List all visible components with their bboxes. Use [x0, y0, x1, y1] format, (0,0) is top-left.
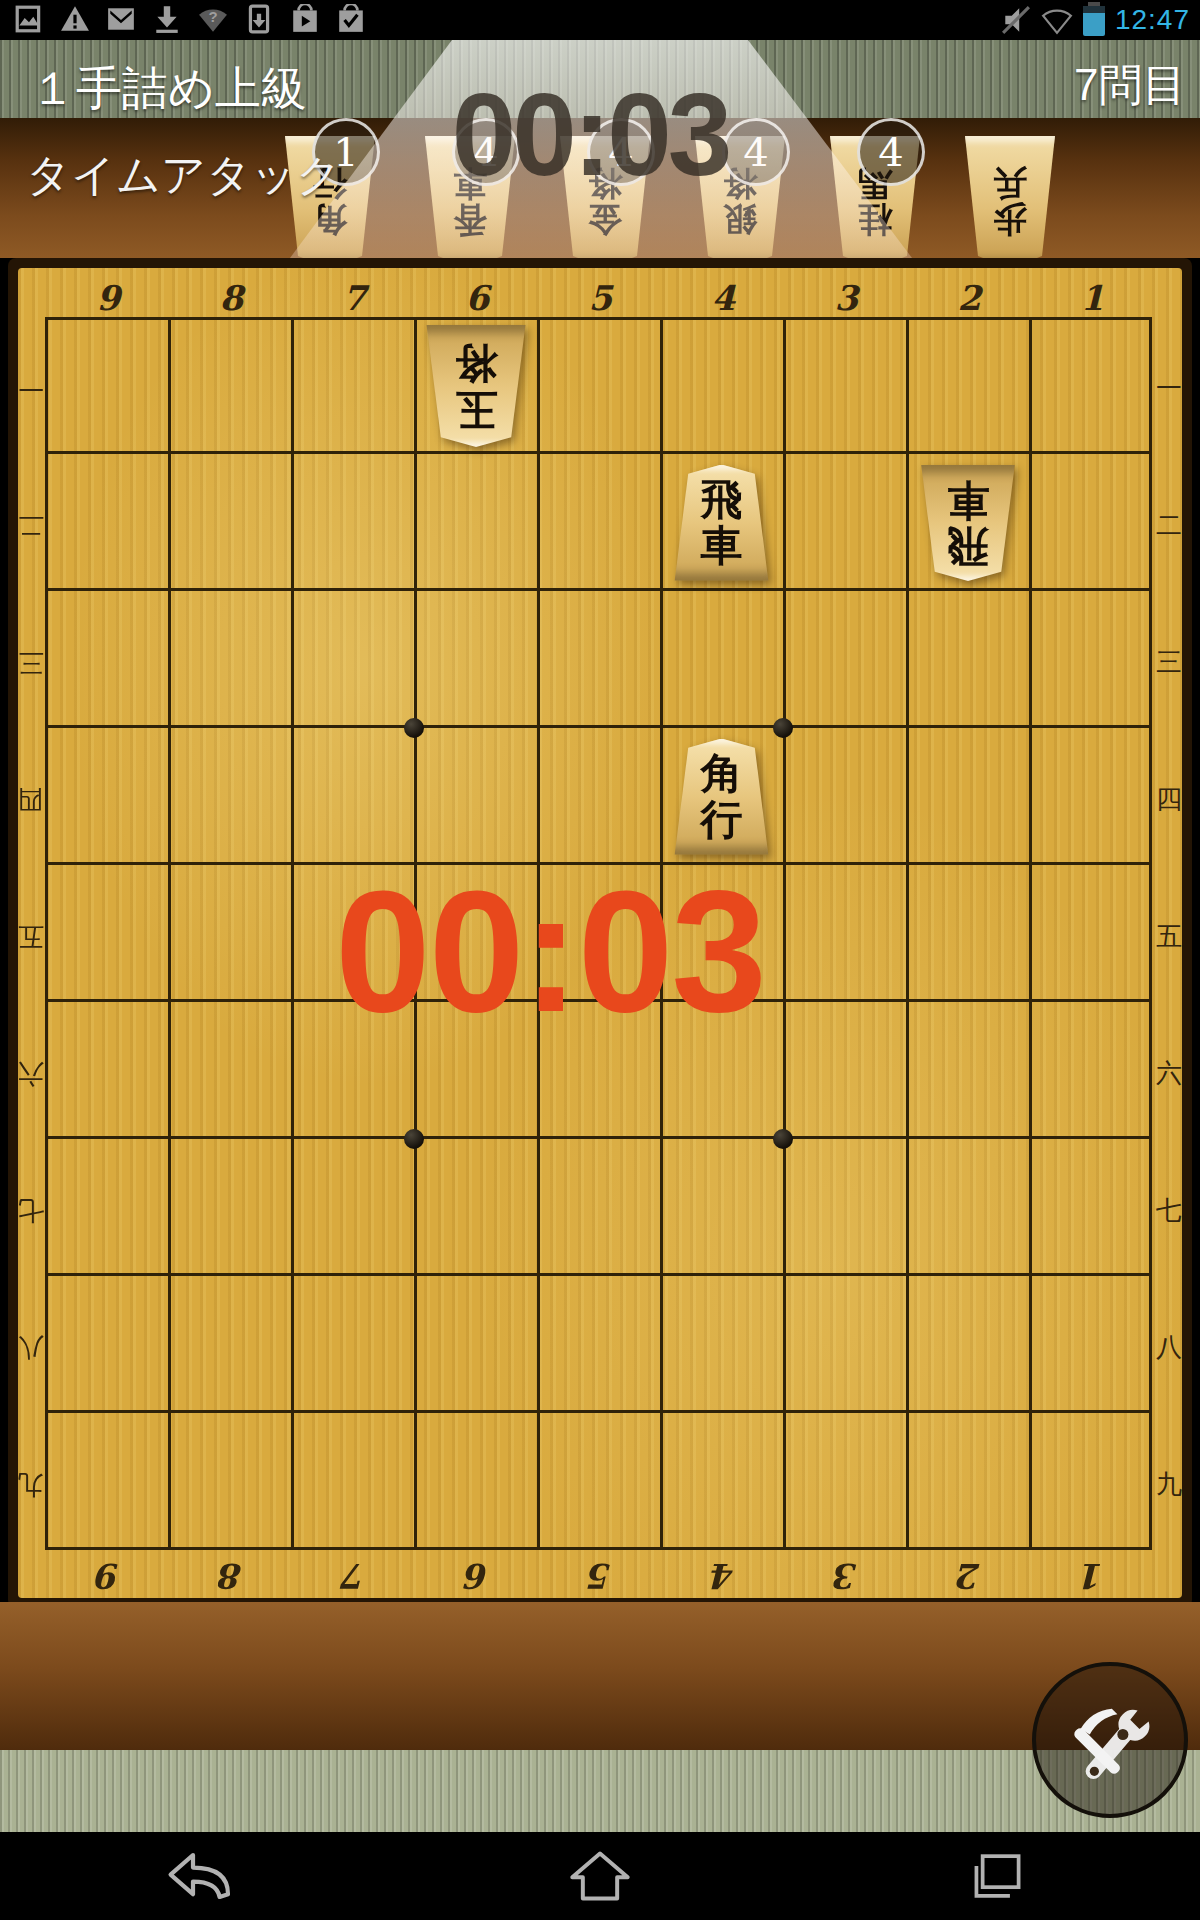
header: 角行1香車4金将4銀将4桂馬4歩兵 １手詰め上級 タイムアタック 7問目 00:… [0, 40, 1200, 258]
file-label-top: 7 [343, 278, 367, 318]
rank-label-right: 八 [1156, 1330, 1182, 1365]
file-label-top: 1 [1081, 278, 1105, 318]
sente-piece-stand [0, 1602, 1200, 1750]
star-point [404, 1129, 424, 1149]
star-point [404, 718, 424, 738]
clock: 12:47 [1115, 4, 1190, 36]
wifi-empty-icon [1041, 5, 1073, 35]
phone-download-icon [244, 4, 274, 34]
bag-check-icon [336, 4, 366, 34]
rank-label-left: 五 [18, 919, 44, 954]
svg-text:?: ? [208, 8, 217, 25]
download-icon [152, 4, 182, 34]
mute-icon [1001, 5, 1031, 35]
rank-label-left: 三 [18, 645, 44, 680]
nav-recents-button[interactable] [800, 1848, 1200, 1904]
android-nav-bar [0, 1832, 1200, 1920]
wifi-question-icon: ? [198, 4, 228, 34]
file-label-bottom: 5 [589, 1556, 613, 1596]
board-piece-gote[interactable]: 玉将 [421, 325, 531, 447]
rank-label-right: 六 [1156, 1056, 1182, 1091]
rank-label-left: 四 [18, 782, 44, 817]
star-point [773, 718, 793, 738]
timer-overlay: 00:03 [400, 68, 780, 202]
android-status-bar: ? 12:47 [0, 0, 1200, 40]
play-store-icon [290, 4, 320, 34]
file-label-bottom: 3 [835, 1556, 859, 1596]
tatami-bottom [0, 1750, 1200, 1832]
rank-label-right: 五 [1156, 919, 1182, 954]
settings-button[interactable] [1032, 1662, 1188, 1818]
board-piece-sente[interactable]: 角行 [670, 739, 774, 855]
mode-label: タイムアタック [26, 146, 341, 205]
file-label-top: 3 [835, 278, 859, 318]
rank-label-right: 四 [1156, 782, 1182, 817]
system-status-icons: 12:47 [1001, 4, 1190, 36]
notification-icons: ? [14, 4, 366, 34]
rank-label-right: 七 [1156, 1193, 1182, 1228]
hand-piece-count-badge: 4 [857, 118, 925, 186]
rank-label-left: 六 [18, 1056, 44, 1091]
board-piece-sente[interactable]: 飛車 [670, 465, 774, 581]
file-label-bottom: 9 [97, 1556, 121, 1596]
file-label-bottom: 2 [958, 1556, 982, 1596]
countdown-timer: 00:03 [240, 852, 860, 1050]
file-label-top: 5 [589, 278, 613, 318]
rank-label-left: 八 [18, 1330, 44, 1365]
rank-label-left: 二 [18, 508, 44, 543]
file-label-bottom: 6 [466, 1556, 490, 1596]
puzzle-level-title: １手詰め上級 [30, 58, 307, 120]
problem-number: 7問目 [1074, 56, 1186, 115]
warning-icon [60, 4, 90, 34]
battery-icon [1083, 6, 1105, 36]
rank-label-left: 七 [18, 1193, 44, 1228]
gallery-icon [14, 4, 44, 34]
hammer-wrench-icon [1064, 1694, 1156, 1786]
file-label-bottom: 7 [343, 1556, 367, 1596]
rank-label-right: 三 [1156, 645, 1182, 680]
file-label-bottom: 8 [220, 1556, 244, 1596]
star-point [773, 1129, 793, 1149]
file-label-bottom: 4 [712, 1556, 736, 1596]
nav-home-button[interactable] [400, 1848, 800, 1904]
file-label-top: 9 [97, 278, 121, 318]
gmail-icon [106, 4, 136, 34]
file-label-top: 6 [466, 278, 490, 318]
file-label-top: 2 [958, 278, 982, 318]
rank-label-right: 一 [1156, 371, 1182, 406]
file-label-top: 4 [712, 278, 736, 318]
rank-label-right: 二 [1156, 508, 1182, 543]
rank-label-right: 九 [1156, 1467, 1182, 1502]
nav-back-button[interactable] [0, 1848, 400, 1904]
app-screen: ? 12:47 角行1香車4金将4銀将4桂馬4歩兵 １手詰め上級 タイムアタック… [0, 0, 1200, 1920]
rank-label-left: 一 [18, 371, 44, 406]
file-label-top: 8 [220, 278, 244, 318]
file-label-bottom: 1 [1081, 1556, 1105, 1596]
board-piece-gote[interactable]: 飛車 [916, 465, 1020, 581]
rank-label-left: 九 [18, 1467, 44, 1502]
